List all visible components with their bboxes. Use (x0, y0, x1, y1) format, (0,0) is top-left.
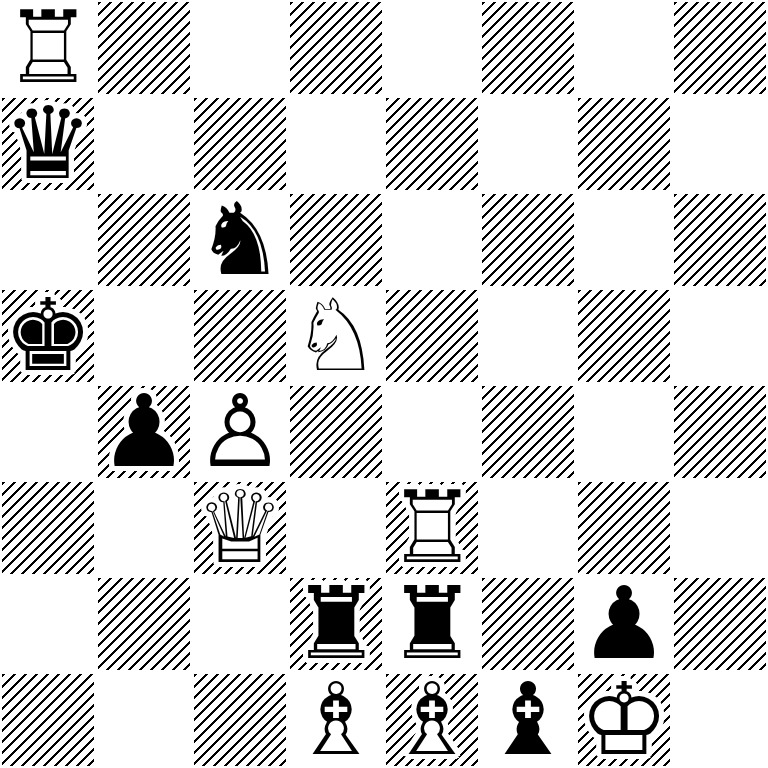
white-pawn-c4-glyph: ♙ (192, 384, 288, 480)
square-h6[interactable] (672, 192, 768, 288)
square-c4[interactable]: ♟♙ (192, 384, 288, 480)
black-queen-a7-glyph: ♛ (0, 96, 96, 192)
square-f2[interactable] (480, 576, 576, 672)
square-h7[interactable] (672, 96, 768, 192)
square-h3[interactable] (672, 480, 768, 576)
square-d8[interactable] (288, 0, 384, 96)
square-g2[interactable]: ♟♟ (576, 576, 672, 672)
black-king-a5[interactable]: ♚♚ (0, 288, 96, 384)
square-h1[interactable] (672, 672, 768, 768)
square-e4[interactable] (384, 384, 480, 480)
square-d6[interactable] (288, 192, 384, 288)
square-b2[interactable] (96, 576, 192, 672)
square-h8[interactable] (672, 0, 768, 96)
square-d5[interactable]: ♞♘ (288, 288, 384, 384)
square-c1[interactable] (192, 672, 288, 768)
square-h2[interactable] (672, 576, 768, 672)
square-g4[interactable] (576, 384, 672, 480)
square-f7[interactable] (480, 96, 576, 192)
square-g7[interactable] (576, 96, 672, 192)
black-rook-e2-glyph: ♜ (384, 576, 480, 672)
square-c3[interactable]: ♛♕ (192, 480, 288, 576)
square-g5[interactable] (576, 288, 672, 384)
square-c5[interactable] (192, 288, 288, 384)
black-queen-a7[interactable]: ♛♛ (0, 96, 96, 192)
square-b6[interactable] (96, 192, 192, 288)
square-e6[interactable] (384, 192, 480, 288)
square-f1[interactable]: ♝♝ (480, 672, 576, 768)
square-a5[interactable]: ♚♚ (0, 288, 96, 384)
black-knight-c6[interactable]: ♞♞ (192, 192, 288, 288)
chess-board: ♜♖♛♛♞♞♚♚♞♘♟♟♟♙♛♕♜♖♜♜♜♜♟♟♝♗♝♗♝♝♚♔ (0, 0, 768, 768)
square-c6[interactable]: ♞♞ (192, 192, 288, 288)
black-bishop-f1[interactable]: ♝♝ (480, 672, 576, 768)
square-f4[interactable] (480, 384, 576, 480)
square-e2[interactable]: ♜♜ (384, 576, 480, 672)
square-e5[interactable] (384, 288, 480, 384)
white-rook-e3[interactable]: ♜♖ (384, 480, 480, 576)
square-c2[interactable] (192, 576, 288, 672)
black-pawn-g2[interactable]: ♟♟ (576, 576, 672, 672)
white-king-g1[interactable]: ♚♔ (576, 672, 672, 768)
square-b4[interactable]: ♟♟ (96, 384, 192, 480)
square-d3[interactable] (288, 480, 384, 576)
square-f5[interactable] (480, 288, 576, 384)
white-rook-a8[interactable]: ♜♖ (0, 0, 96, 96)
white-rook-e3-glyph: ♖ (384, 480, 480, 576)
square-e7[interactable] (384, 96, 480, 192)
square-f6[interactable] (480, 192, 576, 288)
square-e8[interactable] (384, 0, 480, 96)
white-knight-d5-glyph: ♘ (288, 288, 384, 384)
square-g6[interactable] (576, 192, 672, 288)
square-g1[interactable]: ♚♔ (576, 672, 672, 768)
square-d7[interactable] (288, 96, 384, 192)
square-g3[interactable] (576, 480, 672, 576)
white-rook-a8-glyph: ♖ (0, 0, 96, 96)
square-b5[interactable] (96, 288, 192, 384)
white-queen-c3[interactable]: ♛♕ (192, 480, 288, 576)
square-a3[interactable] (0, 480, 96, 576)
square-b3[interactable] (96, 480, 192, 576)
square-f8[interactable] (480, 0, 576, 96)
black-rook-e2[interactable]: ♜♜ (384, 576, 480, 672)
square-e3[interactable]: ♜♖ (384, 480, 480, 576)
black-rook-d2-glyph: ♜ (288, 576, 384, 672)
black-knight-c6-glyph: ♞ (192, 192, 288, 288)
black-king-a5-glyph: ♚ (0, 288, 96, 384)
square-f3[interactable] (480, 480, 576, 576)
white-bishop-e1-glyph: ♗ (384, 672, 480, 768)
white-bishop-d1[interactable]: ♝♗ (288, 672, 384, 768)
square-d1[interactable]: ♝♗ (288, 672, 384, 768)
white-pawn-c4[interactable]: ♟♙ (192, 384, 288, 480)
square-h4[interactable] (672, 384, 768, 480)
black-pawn-g2-glyph: ♟ (576, 576, 672, 672)
white-knight-d5[interactable]: ♞♘ (288, 288, 384, 384)
square-b1[interactable] (96, 672, 192, 768)
square-c7[interactable] (192, 96, 288, 192)
square-a1[interactable] (0, 672, 96, 768)
square-e1[interactable]: ♝♗ (384, 672, 480, 768)
square-h5[interactable] (672, 288, 768, 384)
square-g8[interactable] (576, 0, 672, 96)
square-a8[interactable]: ♜♖ (0, 0, 96, 96)
white-queen-c3-glyph: ♕ (192, 480, 288, 576)
square-a4[interactable] (0, 384, 96, 480)
square-a7[interactable]: ♛♛ (0, 96, 96, 192)
square-d4[interactable] (288, 384, 384, 480)
white-king-g1-glyph: ♔ (576, 672, 672, 768)
black-rook-d2[interactable]: ♜♜ (288, 576, 384, 672)
white-bishop-e1[interactable]: ♝♗ (384, 672, 480, 768)
square-b7[interactable] (96, 96, 192, 192)
square-b8[interactable] (96, 0, 192, 96)
black-pawn-b4[interactable]: ♟♟ (96, 384, 192, 480)
square-c8[interactable] (192, 0, 288, 96)
square-a6[interactable] (0, 192, 96, 288)
black-pawn-b4-glyph: ♟ (96, 384, 192, 480)
white-bishop-d1-glyph: ♗ (288, 672, 384, 768)
square-d2[interactable]: ♜♜ (288, 576, 384, 672)
black-bishop-f1-glyph: ♝ (480, 672, 576, 768)
square-a2[interactable] (0, 576, 96, 672)
